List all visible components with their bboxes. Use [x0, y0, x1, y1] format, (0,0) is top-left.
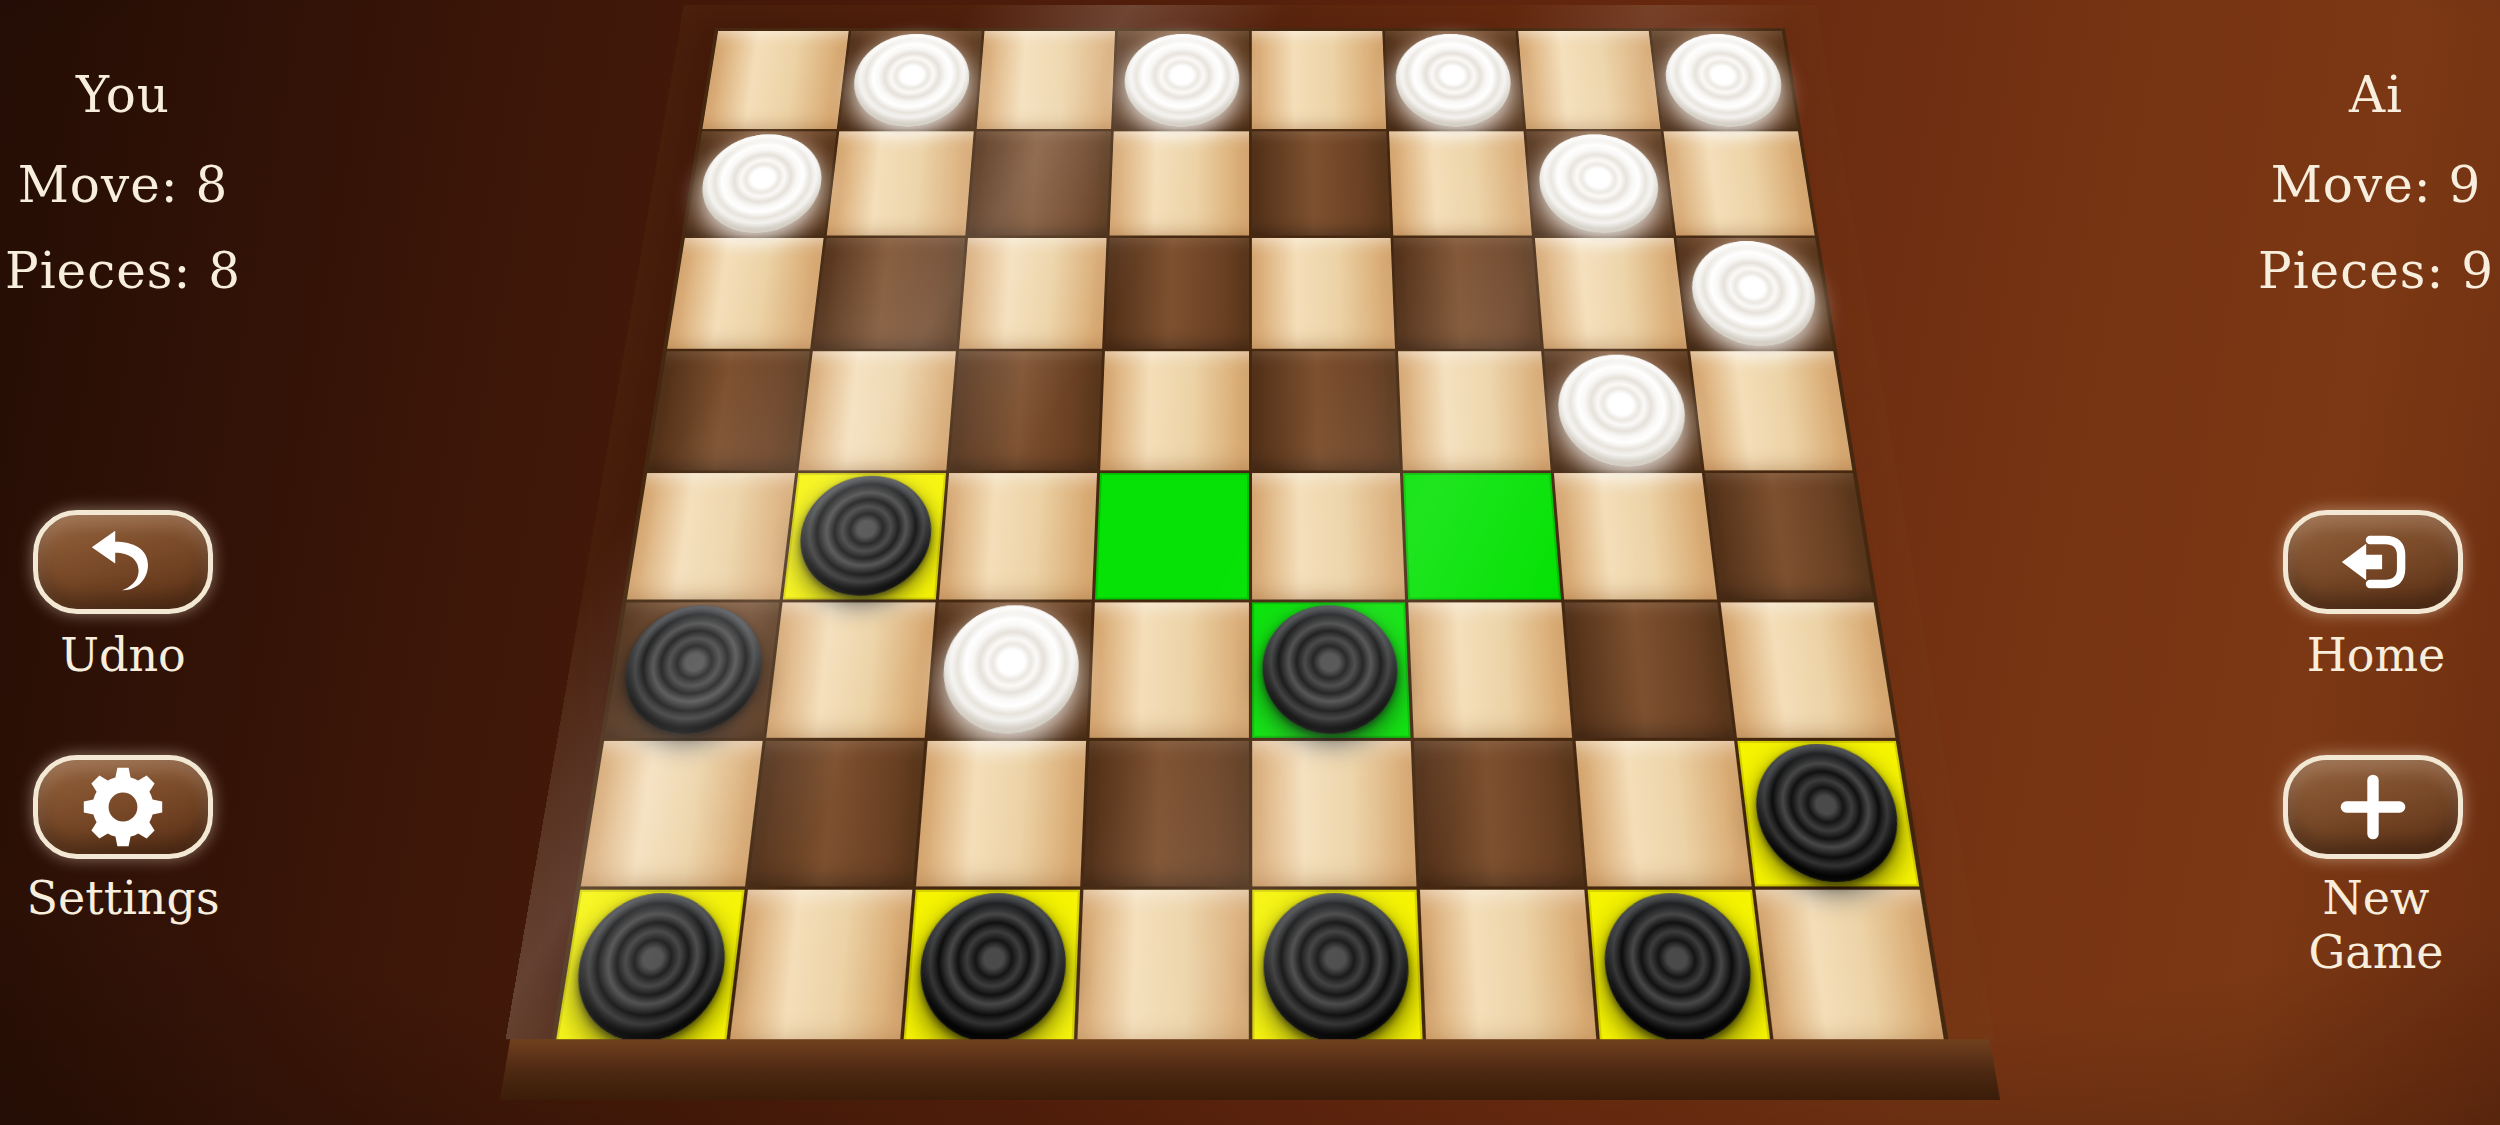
black-checker[interactable]: ⛂	[567, 894, 733, 1042]
square-r7c7	[1575, 741, 1751, 887]
square-r1c4[interactable]: ⛀	[1114, 31, 1249, 129]
square-r3c7	[1535, 238, 1687, 349]
settings-button[interactable]	[33, 755, 213, 859]
square-r7c8[interactable]: ⛂	[1737, 741, 1919, 887]
square-r1c5	[1251, 31, 1386, 129]
square-r1c7	[1518, 31, 1660, 129]
square-r3c2[interactable]	[813, 238, 965, 349]
square-r8c8	[1755, 890, 1945, 1047]
home-button[interactable]	[2283, 510, 2463, 614]
board-front-edge	[500, 1039, 2000, 1100]
player-name: You	[3, 66, 243, 124]
black-checker[interactable]: ⛂	[1263, 894, 1411, 1042]
white-checker-glyph: ⛀	[1699, 244, 1809, 343]
square-r8c5[interactable]: ⛂	[1252, 890, 1423, 1047]
square-r4c1[interactable]	[648, 352, 810, 470]
black-checker[interactable]: ⛂	[915, 894, 1069, 1042]
square-r3c3	[959, 238, 1107, 349]
new-game-button[interactable]	[2283, 755, 2463, 859]
game-screen: ⛀⛀⛀⛀⛀⛀⛀⛀⛂⛂⛀⛂⛂⛂⛂⛂⛂ You Move: 8 Pieces: 8 …	[0, 0, 2500, 1125]
square-r1c1	[702, 31, 848, 129]
board-grid: ⛀⛀⛀⛀⛀⛀⛀⛀⛂⛂⛀⛂⛂⛂⛂⛂⛂	[550, 28, 1951, 1051]
square-r5c4[interactable]	[1095, 473, 1248, 600]
square-r5c6[interactable]	[1403, 473, 1561, 600]
square-r6c2	[766, 602, 935, 738]
white-checker-glyph: ⛀	[708, 137, 814, 230]
black-checker-glyph: ⛂	[1278, 898, 1395, 1037]
ai-name: Ai	[2256, 66, 2496, 124]
white-checker[interactable]: ⛀	[1535, 134, 1663, 233]
undo-button[interactable]	[33, 510, 213, 614]
square-r1c3	[977, 31, 1116, 129]
square-r5c2[interactable]: ⛂	[783, 473, 946, 600]
square-r4c2	[799, 352, 957, 470]
new-game-button-label: New Game	[2254, 871, 2498, 979]
black-checker[interactable]: ⛂	[616, 606, 769, 734]
exit-home-icon	[2335, 524, 2411, 600]
black-checker[interactable]: ⛂	[1262, 606, 1399, 734]
checkers-board: ⛀⛀⛀⛀⛀⛀⛀⛀⛂⛂⛀⛂⛂⛂⛂⛂⛂	[495, 5, 2005, 1100]
gear-icon	[83, 767, 163, 847]
square-r4c7[interactable]: ⛀	[1544, 352, 1702, 470]
square-r2c2	[827, 131, 974, 235]
player-piece-count: Pieces: 8	[3, 242, 243, 300]
plus-icon	[2335, 769, 2411, 845]
white-checker[interactable]: ⛀	[1660, 34, 1788, 127]
square-r5c1	[627, 473, 795, 600]
white-checker[interactable]: ⛀	[849, 34, 973, 127]
black-checker[interactable]: ⛂	[794, 476, 936, 596]
player-move-count: Move: 8	[3, 156, 243, 214]
square-r8c4	[1078, 890, 1249, 1047]
black-checker[interactable]: ⛂	[1599, 894, 1759, 1042]
square-r2c8	[1663, 131, 1814, 235]
square-r3c5	[1251, 238, 1394, 349]
settings-button-label: Settings	[1, 871, 245, 925]
square-r7c2[interactable]	[749, 741, 925, 887]
black-checker-glyph: ⛂	[631, 609, 754, 729]
square-r7c1	[581, 741, 763, 887]
square-r2c6	[1389, 131, 1532, 235]
square-r4c4	[1101, 352, 1249, 470]
square-r8c7[interactable]: ⛂	[1587, 890, 1770, 1047]
ai-piece-count: Pieces: 9	[2256, 242, 2496, 300]
square-r1c6[interactable]: ⛀	[1385, 31, 1524, 129]
square-r3c6[interactable]	[1393, 238, 1541, 349]
ai-move-count: Move: 9	[2256, 156, 2496, 214]
home-button-label: Home	[2254, 628, 2498, 682]
white-checker-glyph: ⛀	[1567, 358, 1676, 463]
black-checker[interactable]: ⛂	[1748, 744, 1907, 882]
black-checker-glyph: ⛂	[1276, 609, 1384, 729]
square-r4c5[interactable]	[1251, 352, 1399, 470]
square-r5c5	[1251, 473, 1404, 600]
square-r3c8[interactable]: ⛀	[1676, 238, 1833, 349]
square-r4c8	[1690, 352, 1852, 470]
white-checker[interactable]: ⛀	[1554, 355, 1691, 467]
square-r5c8[interactable]	[1705, 473, 1873, 600]
white-checker-glyph: ⛀	[1548, 137, 1650, 230]
square-r7c5	[1252, 741, 1416, 887]
square-r6c7[interactable]	[1564, 602, 1733, 738]
square-r2c7[interactable]: ⛀	[1526, 131, 1673, 235]
white-checker-glyph: ⛀	[862, 36, 961, 123]
square-r3c1	[667, 238, 824, 349]
undo-button-label: Udno	[1, 628, 245, 682]
white-checker[interactable]: ⛀	[939, 606, 1081, 734]
black-checker-glyph: ⛂	[1764, 749, 1892, 878]
white-checker[interactable]: ⛀	[695, 134, 827, 233]
white-checker[interactable]: ⛀	[1123, 34, 1239, 127]
white-checker-glyph: ⛀	[1673, 36, 1775, 123]
square-r1c2[interactable]: ⛀	[840, 31, 982, 129]
square-r6c3[interactable]: ⛀	[928, 602, 1092, 738]
square-r8c1[interactable]: ⛂	[555, 890, 745, 1047]
square-r6c5[interactable]: ⛂	[1252, 602, 1411, 738]
square-r8c3[interactable]: ⛂	[903, 890, 1080, 1047]
black-checker-glyph: ⛂	[1615, 898, 1743, 1037]
white-checker[interactable]: ⛀	[1686, 241, 1823, 346]
square-r2c5[interactable]	[1251, 131, 1390, 235]
square-r7c3	[916, 741, 1086, 887]
white-checker-glyph: ⛀	[1136, 36, 1228, 123]
square-r3c4[interactable]	[1105, 238, 1248, 349]
square-r6c6	[1408, 602, 1572, 738]
square-r8c2	[729, 890, 912, 1047]
square-r7c4[interactable]	[1084, 741, 1248, 887]
square-r4c6	[1398, 352, 1551, 470]
undo-icon	[84, 523, 162, 601]
square-r5c7	[1554, 473, 1717, 600]
square-r4c3[interactable]	[950, 352, 1103, 470]
square-r2c1[interactable]: ⛀	[685, 131, 836, 235]
square-r6c8	[1720, 602, 1895, 738]
white-checker-glyph: ⛀	[954, 609, 1067, 729]
black-checker-glyph: ⛂	[584, 898, 717, 1037]
square-r6c1[interactable]: ⛂	[605, 602, 780, 738]
square-r5c3	[939, 473, 1097, 600]
white-checker-glyph: ⛀	[1406, 36, 1501, 123]
square-r8c6	[1420, 890, 1597, 1047]
square-r2c4	[1110, 131, 1249, 235]
white-checker[interactable]: ⛀	[1394, 34, 1514, 127]
square-r7c6[interactable]	[1413, 741, 1583, 887]
black-checker-glyph: ⛂	[808, 480, 922, 592]
square-r1c8[interactable]: ⛀	[1651, 31, 1797, 129]
square-r2c3[interactable]	[968, 131, 1111, 235]
square-r6c4	[1090, 602, 1249, 738]
black-checker-glyph: ⛂	[931, 898, 1053, 1037]
